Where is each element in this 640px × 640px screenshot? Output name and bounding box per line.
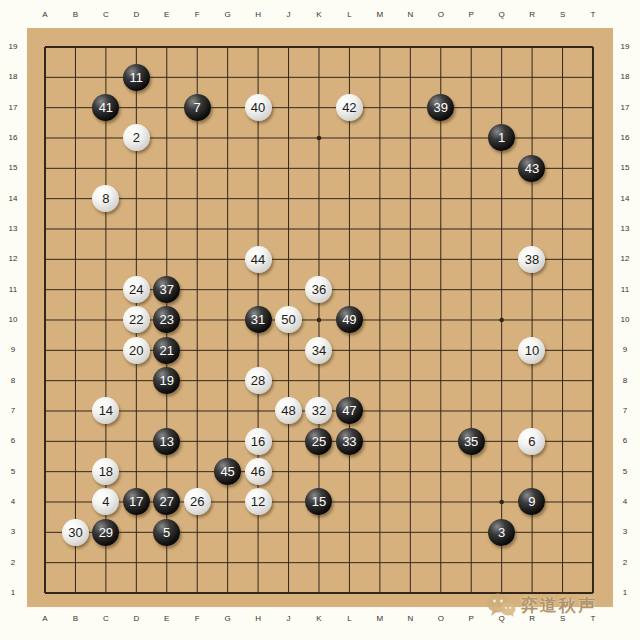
coord-label-left-3: 3 <box>2 527 24 537</box>
coord-label-left-14: 14 <box>2 194 24 204</box>
coord-label-left-13: 13 <box>2 224 24 234</box>
stone-black-H10: 31 <box>245 306 272 333</box>
stone-black-E9: 21 <box>153 337 180 364</box>
coord-label-top-C: C <box>95 10 117 20</box>
stone-white-B3: 30 <box>62 519 89 546</box>
stone-layer: 1234567891011121314151617181920212223242… <box>30 32 608 608</box>
stone-white-R9: 10 <box>518 337 545 364</box>
coord-label-right-4: 4 <box>614 497 636 507</box>
stone-black-E3: 5 <box>153 519 180 546</box>
coord-label-right-8: 8 <box>614 376 636 386</box>
coord-label-left-7: 7 <box>2 406 24 416</box>
coord-label-left-2: 2 <box>2 558 24 568</box>
stone-black-R15: 43 <box>518 155 545 182</box>
coord-label-left-15: 15 <box>2 163 24 173</box>
stone-black-L6: 33 <box>336 428 363 455</box>
coord-label-right-14: 14 <box>614 194 636 204</box>
coord-label-bottom-F: F <box>186 614 208 624</box>
coord-label-left-12: 12 <box>2 254 24 264</box>
stone-black-K4: 15 <box>305 488 332 515</box>
coord-label-right-18: 18 <box>614 72 636 82</box>
stone-black-D4: 17 <box>123 488 150 515</box>
stone-black-Q16: 1 <box>488 124 515 151</box>
coord-label-left-6: 6 <box>2 436 24 446</box>
coord-label-left-16: 16 <box>2 133 24 143</box>
stone-black-E8: 19 <box>153 367 180 394</box>
stone-white-K9: 34 <box>305 337 332 364</box>
go-board: 1234567891011121314151617181920212223242… <box>27 28 613 607</box>
coord-label-top-N: N <box>399 10 421 20</box>
coord-label-top-B: B <box>64 10 86 20</box>
coord-label-left-8: 8 <box>2 376 24 386</box>
stone-white-C4: 4 <box>92 488 119 515</box>
coord-label-bottom-E: E <box>156 614 178 624</box>
stone-white-C5: 18 <box>92 458 119 485</box>
coord-label-top-M: M <box>369 10 391 20</box>
stone-black-C3: 29 <box>92 519 119 546</box>
coord-label-top-S: S <box>552 10 574 20</box>
stone-white-K7: 32 <box>305 397 332 424</box>
stone-white-F4: 26 <box>184 488 211 515</box>
stone-white-H12: 44 <box>245 246 272 273</box>
coord-label-bottom-O: O <box>430 614 452 624</box>
coord-label-bottom-L: L <box>338 614 360 624</box>
coord-label-top-R: R <box>521 10 543 20</box>
coord-label-right-13: 13 <box>614 224 636 234</box>
coord-label-right-16: 16 <box>614 133 636 143</box>
coord-label-top-F: F <box>186 10 208 20</box>
coord-label-bottom-G: G <box>217 614 239 624</box>
stone-white-J7: 48 <box>275 397 302 424</box>
stone-white-D9: 20 <box>123 337 150 364</box>
stone-black-G5: 45 <box>214 458 241 485</box>
coord-label-top-Q: Q <box>491 10 513 20</box>
stone-white-D11: 24 <box>123 276 150 303</box>
coord-label-top-D: D <box>125 10 147 20</box>
coord-label-bottom-Q: Q <box>491 614 513 624</box>
stone-black-E4: 27 <box>153 488 180 515</box>
stone-black-P6: 35 <box>458 428 485 455</box>
coord-label-top-T: T <box>582 10 604 20</box>
coord-label-bottom-N: N <box>399 614 421 624</box>
stone-black-E11: 37 <box>153 276 180 303</box>
coord-label-left-11: 11 <box>2 285 24 295</box>
stone-black-K6: 25 <box>305 428 332 455</box>
coord-label-top-K: K <box>308 10 330 20</box>
coord-label-top-L: L <box>338 10 360 20</box>
coord-label-bottom-C: C <box>95 614 117 624</box>
stone-black-C17: 41 <box>92 94 119 121</box>
coord-label-top-A: A <box>34 10 56 20</box>
coord-label-bottom-H: H <box>247 614 269 624</box>
coord-label-top-P: P <box>460 10 482 20</box>
coord-label-right-17: 17 <box>614 103 636 113</box>
stone-black-L10: 49 <box>336 306 363 333</box>
stone-white-L17: 42 <box>336 94 363 121</box>
coord-label-bottom-K: K <box>308 614 330 624</box>
coord-label-right-15: 15 <box>614 163 636 173</box>
coord-label-bottom-J: J <box>278 614 300 624</box>
coord-label-bottom-T: T <box>582 614 604 624</box>
coord-label-left-10: 10 <box>2 315 24 325</box>
coord-label-right-2: 2 <box>614 558 636 568</box>
coord-label-left-9: 9 <box>2 345 24 355</box>
coord-label-right-11: 11 <box>614 285 636 295</box>
coord-label-left-5: 5 <box>2 467 24 477</box>
stone-white-H5: 46 <box>245 458 272 485</box>
coord-label-bottom-P: P <box>460 614 482 624</box>
coord-label-top-J: J <box>278 10 300 20</box>
coord-label-top-H: H <box>247 10 269 20</box>
coord-label-left-19: 19 <box>2 42 24 52</box>
coord-label-bottom-S: S <box>552 614 574 624</box>
coord-label-left-18: 18 <box>2 72 24 82</box>
coord-label-bottom-B: B <box>64 614 86 624</box>
stone-black-L7: 47 <box>336 397 363 424</box>
stone-white-J10: 50 <box>275 306 302 333</box>
go-diagram: 1234567891011121314151617181920212223242… <box>0 0 640 640</box>
stone-black-Q3: 3 <box>488 519 515 546</box>
coord-label-right-5: 5 <box>614 467 636 477</box>
stone-black-F17: 7 <box>184 94 211 121</box>
coord-label-bottom-A: A <box>34 614 56 624</box>
coord-label-right-10: 10 <box>614 315 636 325</box>
stone-black-E6: 13 <box>153 428 180 455</box>
stone-white-C7: 14 <box>92 397 119 424</box>
stone-white-D16: 2 <box>123 124 150 151</box>
stone-white-H4: 12 <box>245 488 272 515</box>
coord-label-bottom-M: M <box>369 614 391 624</box>
stone-white-H17: 40 <box>245 94 272 121</box>
stone-black-D18: 11 <box>123 64 150 91</box>
stone-white-R12: 38 <box>518 246 545 273</box>
stone-white-H6: 16 <box>245 428 272 455</box>
stone-black-O17: 39 <box>427 94 454 121</box>
coord-label-bottom-R: R <box>521 614 543 624</box>
stone-white-D10: 22 <box>123 306 150 333</box>
stone-white-K11: 36 <box>305 276 332 303</box>
stone-white-H8: 28 <box>245 367 272 394</box>
coord-label-left-1: 1 <box>2 588 24 598</box>
coord-label-right-9: 9 <box>614 345 636 355</box>
coord-label-top-G: G <box>217 10 239 20</box>
coord-label-right-7: 7 <box>614 406 636 416</box>
stone-white-R6: 6 <box>518 428 545 455</box>
coord-label-left-4: 4 <box>2 497 24 507</box>
coord-label-right-12: 12 <box>614 254 636 264</box>
stone-black-E10: 23 <box>153 306 180 333</box>
coord-label-left-17: 17 <box>2 103 24 113</box>
coord-label-right-19: 19 <box>614 42 636 52</box>
stone-white-C14: 8 <box>92 185 119 212</box>
coord-label-right-6: 6 <box>614 436 636 446</box>
coord-label-top-E: E <box>156 10 178 20</box>
coord-label-top-O: O <box>430 10 452 20</box>
coord-label-right-3: 3 <box>614 527 636 537</box>
stone-black-R4: 9 <box>518 488 545 515</box>
coord-label-bottom-D: D <box>125 614 147 624</box>
coord-label-right-1: 1 <box>614 588 636 598</box>
